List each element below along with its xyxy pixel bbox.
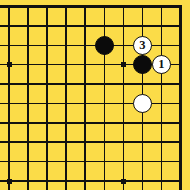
stone-move-number: 3 — [139, 39, 145, 52]
go-board: 31 — [0, 0, 190, 190]
go-stone-white-r17: 3 — [133, 36, 152, 55]
grid-line-horizontal — [0, 103, 182, 105]
go-stone-black-p17 — [95, 36, 114, 55]
grid-line-horizontal — [0, 141, 182, 143]
grid-line-horizontal — [0, 180, 182, 182]
grid-line-horizontal — [0, 25, 182, 27]
star-point-k10 — [7, 179, 12, 184]
go-stone-white-s16: 1 — [152, 55, 171, 74]
grid-line-horizontal — [0, 122, 182, 124]
go-stone-white-r14 — [133, 94, 152, 113]
grid-line-horizontal — [0, 45, 182, 47]
star-point-q10 — [121, 179, 126, 184]
grid-line-horizontal — [0, 83, 182, 85]
grid-line-horizontal — [0, 161, 182, 163]
star-point-q16 — [121, 62, 126, 67]
stone-move-number: 1 — [158, 58, 164, 71]
go-stone-black-r16 — [133, 55, 152, 74]
star-point-k16 — [7, 62, 12, 67]
board-edge-top — [0, 5, 182, 8]
